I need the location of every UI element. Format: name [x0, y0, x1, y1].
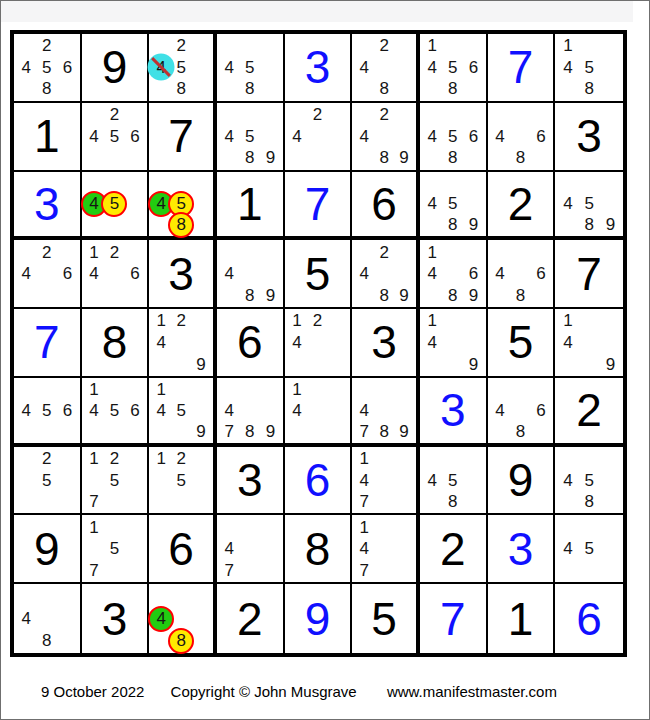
- candidate-empty: [151, 469, 171, 491]
- cell-r1c5[interactable]: 3: [285, 34, 353, 103]
- candidate-empty: [557, 448, 578, 470]
- candidate-grid: 14568: [422, 35, 484, 100]
- candidate-empty: [394, 560, 414, 582]
- cell-r9c7[interactable]: 7: [420, 584, 488, 653]
- cell-r6c9[interactable]: 2: [555, 378, 623, 447]
- cell-r5c7[interactable]: 149: [420, 309, 488, 378]
- cell-r7c8[interactable]: 9: [488, 447, 556, 516]
- candidate-digit: 6: [531, 400, 552, 421]
- solved-digit: 7: [440, 596, 466, 642]
- given-digit: 3: [237, 457, 263, 503]
- candidate-empty: [490, 285, 511, 307]
- candidate-digit: 9: [260, 421, 281, 442]
- candidate-empty: [557, 353, 578, 375]
- candidate-empty: [260, 538, 281, 560]
- cell-r9c5[interactable]: 9: [285, 584, 353, 653]
- candidate-empty: [104, 285, 125, 307]
- candidate-grid: 149: [557, 310, 621, 375]
- cell-r8c3[interactable]: 6: [149, 515, 217, 584]
- candidate-digit: 4: [287, 125, 308, 147]
- cell-r4c3[interactable]: 3: [149, 240, 217, 309]
- candidate-empty: [374, 516, 394, 538]
- candidate-empty: [219, 285, 240, 307]
- solved-digit: 9: [305, 596, 331, 642]
- cell-r9c9[interactable]: 6: [555, 584, 623, 653]
- cell-r7c2[interactable]: 1257: [82, 447, 150, 516]
- candidate-digit: 5: [171, 469, 191, 491]
- cell-r6c6[interactable]: 4789: [352, 378, 420, 447]
- candidate-digit: 4: [422, 332, 443, 354]
- candidate-empty: [104, 147, 125, 169]
- cell-r4c6[interactable]: 2489: [352, 240, 420, 309]
- candidate-grid: 14689: [422, 241, 484, 306]
- candidate-empty: [443, 241, 464, 263]
- candidate-empty: [191, 173, 211, 194]
- candidate-digit: 2: [37, 448, 58, 470]
- candidate-empty: [104, 516, 125, 538]
- candidate-grid: 468: [490, 241, 552, 306]
- candidate-digit: 4: [490, 125, 511, 147]
- candidate-digit: 5: [579, 193, 600, 214]
- candidate-grid: 48: [16, 585, 78, 652]
- candidate-digit: 4: [490, 400, 511, 421]
- cell-r5c6[interactable]: 3: [352, 309, 420, 378]
- candidate-empty: [579, 516, 600, 538]
- candidate-empty: [490, 241, 511, 263]
- candidate-digit: 5: [104, 125, 125, 147]
- candidate-digit: 5: [171, 400, 191, 421]
- candidate-empty: [463, 78, 484, 100]
- candidate-grid: 458: [422, 448, 484, 513]
- candidate-empty: [557, 214, 578, 235]
- candidate-digit: 7: [84, 560, 105, 582]
- cell-r3c7[interactable]: 4589: [420, 172, 488, 241]
- cell-r3c1[interactable]: 3: [14, 172, 82, 241]
- candidate-empty: [57, 448, 78, 470]
- candidate-empty: [394, 125, 414, 147]
- cell-r7c9[interactable]: 458: [555, 447, 623, 516]
- candidate-empty: [37, 585, 58, 607]
- cell-r2c1[interactable]: 1: [14, 103, 82, 172]
- candidate-digit: 4: [16, 607, 37, 629]
- cell-r2c3[interactable]: 7: [149, 103, 217, 172]
- cell-r9c2[interactable]: 3: [82, 584, 150, 653]
- candidate-digit: 7: [84, 491, 105, 513]
- cell-r3c5[interactable]: 7: [285, 172, 353, 241]
- cell-r9c6[interactable]: 5: [352, 584, 420, 653]
- candidate-empty: [600, 57, 621, 79]
- cell-r1c7[interactable]: 14568: [420, 34, 488, 103]
- cell-r7c3[interactable]: 125: [149, 447, 217, 516]
- candidate-digit: 2: [307, 104, 328, 126]
- candidate-digit: 2: [171, 310, 191, 332]
- given-digit: 5: [371, 596, 397, 642]
- cell-r5c8[interactable]: 5: [488, 309, 556, 378]
- cell-r5c4[interactable]: 6: [217, 309, 285, 378]
- candidate-digit: 4: [151, 332, 171, 354]
- cell-r4c2[interactable]: 1246: [82, 240, 150, 309]
- candidate-digit: 9: [191, 421, 211, 442]
- candidate-digit: 5: [104, 538, 125, 560]
- candidate-digit: 6: [125, 263, 146, 285]
- given-digit: 6: [168, 526, 194, 572]
- cell-r8c6[interactable]: 147: [352, 515, 420, 584]
- candidate-grid: 458: [557, 448, 621, 513]
- candidate-grid: 147: [354, 516, 414, 581]
- cell-r5c2[interactable]: 8: [82, 309, 150, 378]
- candidate-empty: [463, 104, 484, 126]
- cell-r4c8[interactable]: 468: [488, 240, 556, 309]
- cell-r3c4[interactable]: 1: [217, 172, 285, 241]
- candidate-digit: 4: [422, 469, 443, 491]
- candidate-digit: 9: [600, 353, 621, 375]
- candidate-empty: [443, 310, 464, 332]
- candidate-grid: 4789: [354, 379, 414, 442]
- candidate-empty: [191, 469, 211, 491]
- candidate-empty: [240, 241, 261, 263]
- cell-r9c3[interactable]: 48: [149, 584, 217, 653]
- candidate-empty: [125, 469, 146, 491]
- cell-r8c1[interactable]: 9: [14, 515, 82, 584]
- candidate-digit: 4: [287, 332, 308, 354]
- cell-r6c4[interactable]: 4789: [217, 378, 285, 447]
- candidate-digit: 6: [57, 263, 78, 285]
- cell-r6c8[interactable]: 468: [488, 378, 556, 447]
- candidate-digit: 8: [579, 214, 600, 235]
- given-digit: 2: [508, 181, 534, 227]
- candidate-empty: [579, 310, 600, 332]
- candidate-digit: 1: [354, 448, 374, 470]
- candidate-empty: [490, 379, 511, 400]
- candidate-grid: 1249: [151, 310, 211, 375]
- candidate-empty: [84, 469, 105, 491]
- cell-r5c1[interactable]: 7: [14, 309, 82, 378]
- cell-r1c9[interactable]: 1458: [555, 34, 623, 103]
- candidate-circle-yellow: 5: [104, 193, 125, 214]
- candidate-empty: [354, 241, 374, 263]
- cell-r3c8[interactable]: 2: [488, 172, 556, 241]
- candidate-empty: [307, 421, 328, 442]
- candidate-grid: 458: [151, 173, 211, 236]
- cell-r2c4[interactable]: 4589: [217, 103, 285, 172]
- candidate-digit: 1: [422, 310, 443, 332]
- footer: 9 October 2022 Copyright © John Musgrave…: [41, 683, 557, 700]
- cell-r3c6[interactable]: 6: [352, 172, 420, 241]
- cell-r1c4[interactable]: 458: [217, 34, 285, 103]
- cell-r3c3[interactable]: 458: [149, 172, 217, 241]
- candidate-empty: [510, 125, 531, 147]
- cell-r7c6[interactable]: 147: [352, 447, 420, 516]
- candidate-digit: 5: [104, 469, 125, 491]
- cell-r9c8[interactable]: 1: [488, 584, 556, 653]
- cell-r2c9[interactable]: 3: [555, 103, 623, 172]
- candidate-digit: 6: [57, 57, 78, 79]
- candidate-grid: 45: [84, 173, 146, 236]
- candidate-digit: 2: [374, 241, 394, 263]
- candidate-digit: 4: [354, 125, 374, 147]
- cell-r5c3[interactable]: 1249: [149, 309, 217, 378]
- cell-r3c2[interactable]: 45: [82, 172, 150, 241]
- candidate-empty: [37, 285, 58, 307]
- candidate-empty: [240, 560, 261, 582]
- cell-r6c3[interactable]: 1459: [149, 378, 217, 447]
- candidate-empty: [84, 147, 105, 169]
- cell-r8c8[interactable]: 3: [488, 515, 556, 584]
- cell-r2c6[interactable]: 2489: [352, 103, 420, 172]
- solved-digit: 3: [34, 181, 60, 227]
- candidate-empty: [125, 214, 146, 235]
- candidate-digit: 5: [443, 469, 464, 491]
- candidate-empty: [531, 104, 552, 126]
- cell-r6c5[interactable]: 14: [285, 378, 353, 447]
- cell-r1c1[interactable]: 24568: [14, 34, 82, 103]
- candidate-grid: 24: [287, 104, 349, 169]
- cell-r7c7[interactable]: 458: [420, 447, 488, 516]
- given-digit: 9: [508, 457, 534, 503]
- candidate-empty: [394, 78, 414, 100]
- candidate-empty: [240, 379, 261, 400]
- cell-r2c8[interactable]: 468: [488, 103, 556, 172]
- candidate-empty: [600, 310, 621, 332]
- cell-r1c6[interactable]: 248: [352, 34, 420, 103]
- top-bar: [1, 1, 633, 22]
- candidate-empty: [394, 491, 414, 513]
- candidate-empty: [125, 491, 146, 513]
- candidate-empty: [57, 35, 78, 57]
- candidate-grid: 468: [490, 104, 552, 169]
- cell-r8c4[interactable]: 47: [217, 515, 285, 584]
- candidate-digit: 7: [354, 560, 374, 582]
- cell-r7c4[interactable]: 3: [217, 447, 285, 516]
- candidate-empty: [307, 125, 328, 147]
- candidate-empty: [328, 147, 349, 169]
- candidate-empty: [219, 147, 240, 169]
- candidate-digit: 4: [84, 400, 105, 421]
- candidate-digit: 4: [16, 400, 37, 421]
- candidate-digit: 4: [287, 400, 308, 421]
- candidate-empty: [84, 285, 105, 307]
- candidate-empty: [307, 379, 328, 400]
- candidate-empty: [422, 214, 443, 235]
- candidate-digit: 6: [531, 125, 552, 147]
- candidate-empty: [510, 263, 531, 285]
- cell-r8c7[interactable]: 2: [420, 515, 488, 584]
- candidate-empty: [219, 241, 240, 263]
- cell-r5c9[interactable]: 149: [555, 309, 623, 378]
- candidate-empty: [151, 585, 171, 607]
- candidate-empty: [490, 104, 511, 126]
- candidate-empty: [219, 516, 240, 538]
- candidate-circle-yellow: 8: [171, 630, 191, 652]
- candidate-empty: [394, 516, 414, 538]
- candidate-digit: 8: [579, 78, 600, 100]
- candidate-empty: [16, 630, 37, 652]
- candidate-digit: 1: [84, 241, 105, 263]
- candidate-empty: [600, 469, 621, 491]
- candidate-digit: 8: [510, 421, 531, 442]
- candidate-empty: [463, 332, 484, 354]
- candidate-digit: 6: [125, 400, 146, 421]
- given-digit: 6: [237, 319, 263, 365]
- candidate-empty: [240, 104, 261, 126]
- footer-copyright: Copyright © John Musgrave: [171, 683, 357, 700]
- candidate-grid: 147: [354, 448, 414, 513]
- candidate-empty: [260, 400, 281, 421]
- candidate-empty: [16, 448, 37, 470]
- candidate-empty: [531, 421, 552, 442]
- candidate-digit: 4: [422, 193, 443, 214]
- candidate-digit: 4: [84, 263, 105, 285]
- candidate-grid: 1257: [84, 448, 146, 513]
- candidate-grid: 1456: [84, 379, 146, 442]
- candidate-empty: [374, 560, 394, 582]
- candidate-empty: [260, 35, 281, 57]
- candidate-digit: 9: [600, 214, 621, 235]
- cell-r4c9[interactable]: 7: [555, 240, 623, 309]
- candidate-empty: [463, 193, 484, 214]
- candidate-empty: [171, 332, 191, 354]
- cell-r2c7[interactable]: 4568: [420, 103, 488, 172]
- cell-r4c7[interactable]: 14689: [420, 240, 488, 309]
- cell-r4c1[interactable]: 246: [14, 240, 82, 309]
- cell-r1c2[interactable]: 9: [82, 34, 150, 103]
- candidate-grid: 25: [16, 448, 78, 513]
- cell-r4c5[interactable]: 5: [285, 240, 353, 309]
- solved-digit: 7: [305, 181, 331, 227]
- candidate-digit: 4: [354, 263, 374, 285]
- candidate-empty: [125, 104, 146, 126]
- candidate-empty: [531, 147, 552, 169]
- candidate-empty: [260, 241, 281, 263]
- candidate-grid: 14: [287, 379, 349, 442]
- candidate-empty: [600, 448, 621, 470]
- candidate-empty: [422, 491, 443, 513]
- candidate-empty: [104, 421, 125, 442]
- candidate-empty: [37, 491, 58, 513]
- cell-r8c9[interactable]: 45: [555, 515, 623, 584]
- cell-r2c2[interactable]: 2456: [82, 103, 150, 172]
- candidate-empty: [151, 78, 171, 100]
- candidate-digit: 8: [579, 491, 600, 513]
- candidate-digit: 9: [260, 285, 281, 307]
- candidate-empty: [104, 379, 125, 400]
- candidate-circle-green: 4: [151, 607, 171, 629]
- candidate-grid: 489: [219, 241, 281, 306]
- cell-r1c8[interactable]: 7: [488, 34, 556, 103]
- candidate-empty: [328, 421, 349, 442]
- candidate-empty: [374, 125, 394, 147]
- candidate-empty: [57, 607, 78, 629]
- candidate-digit: 7: [354, 421, 374, 442]
- candidate-empty: [16, 78, 37, 100]
- cell-r7c5[interactable]: 6: [285, 447, 353, 516]
- candidate-digit: 1: [84, 516, 105, 538]
- candidate-empty: [16, 241, 37, 263]
- cell-r6c2[interactable]: 1456: [82, 378, 150, 447]
- candidate-empty: [287, 353, 308, 375]
- given-digit: 2: [237, 596, 263, 642]
- candidate-empty: [260, 104, 281, 126]
- candidate-empty: [579, 353, 600, 375]
- given-digit: 6: [371, 181, 397, 227]
- candidate-empty: [57, 630, 78, 652]
- candidate-empty: [422, 147, 443, 169]
- candidate-digit: 4: [422, 125, 443, 147]
- cell-r9c4[interactable]: 2: [217, 584, 285, 653]
- candidate-empty: [240, 263, 261, 285]
- candidate-digit: 2: [171, 35, 191, 57]
- cell-r8c2[interactable]: 157: [82, 515, 150, 584]
- candidate-digit: 4: [16, 57, 37, 79]
- footer-url: www.manifestmaster.com: [387, 683, 557, 700]
- candidate-empty: [104, 491, 125, 513]
- candidate-digit: 9: [394, 421, 414, 442]
- candidate-digit: 8: [171, 78, 191, 100]
- cell-r6c1[interactable]: 456: [14, 378, 82, 447]
- candidate-grid: 2489: [354, 104, 414, 169]
- candidate-empty: [443, 353, 464, 375]
- candidate-empty: [260, 57, 281, 79]
- candidate-empty: [600, 332, 621, 354]
- candidate-grid: 1246: [84, 241, 146, 306]
- candidate-empty: [57, 491, 78, 513]
- cell-r8c5[interactable]: 8: [285, 515, 353, 584]
- candidate-empty: [443, 263, 464, 285]
- candidate-empty: [219, 104, 240, 126]
- candidate-circle-yellow: 8: [171, 214, 191, 235]
- candidate-grid: 47: [219, 516, 281, 581]
- candidate-empty: [422, 353, 443, 375]
- candidate-empty: [531, 241, 552, 263]
- candidate-empty: [557, 491, 578, 513]
- candidate-digit: 2: [104, 104, 125, 126]
- candidate-empty: [307, 147, 328, 169]
- candidate-empty: [374, 379, 394, 400]
- cell-r7c1[interactable]: 25: [14, 447, 82, 516]
- candidate-empty: [125, 448, 146, 470]
- candidate-digit: 4: [219, 538, 240, 560]
- given-digit: 3: [371, 319, 397, 365]
- candidate-empty: [240, 516, 261, 538]
- cell-r1c3[interactable]: 2458: [149, 34, 217, 103]
- candidate-empty: [191, 332, 211, 354]
- candidate-empty: [307, 400, 328, 421]
- candidate-grid: 2489: [354, 241, 414, 306]
- cell-r2c5[interactable]: 24: [285, 103, 353, 172]
- cell-r4c4[interactable]: 489: [217, 240, 285, 309]
- candidate-empty: [37, 263, 58, 285]
- candidate-digit: 5: [443, 193, 464, 214]
- cell-r3c9[interactable]: 4589: [555, 172, 623, 241]
- candidate-grid: 124: [287, 310, 349, 375]
- candidate-empty: [422, 173, 443, 194]
- candidate-digit: 4: [422, 263, 443, 285]
- candidate-digit: 8: [443, 78, 464, 100]
- cell-r9c1[interactable]: 48: [14, 584, 82, 653]
- candidate-grid: 4589: [219, 104, 281, 169]
- candidate-empty: [394, 400, 414, 421]
- candidate-empty: [557, 560, 578, 582]
- candidate-empty: [328, 310, 349, 332]
- candidate-empty: [600, 491, 621, 513]
- candidate-digit: 5: [579, 538, 600, 560]
- candidate-empty: [490, 147, 511, 169]
- cell-r5c5[interactable]: 124: [285, 309, 353, 378]
- candidate-empty: [600, 173, 621, 194]
- candidate-empty: [125, 173, 146, 194]
- cell-r6c7[interactable]: 3: [420, 378, 488, 447]
- candidate-digit: 8: [443, 285, 464, 307]
